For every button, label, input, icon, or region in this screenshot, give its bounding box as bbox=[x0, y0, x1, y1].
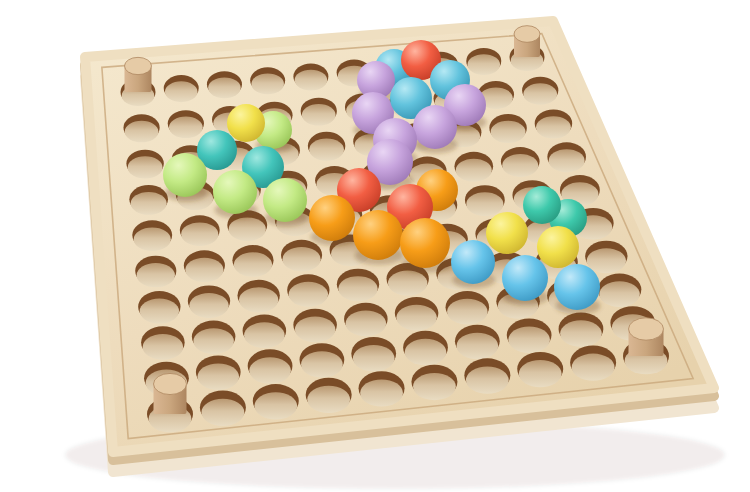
hole-r8c7[interactable] bbox=[507, 319, 552, 353]
hole-r1c4[interactable] bbox=[301, 98, 337, 126]
hole-floor bbox=[502, 154, 538, 177]
hole-floor bbox=[360, 379, 403, 406]
hole-floor bbox=[388, 271, 427, 296]
hole-r6c1[interactable] bbox=[188, 285, 230, 318]
hole-r7c3[interactable] bbox=[293, 309, 337, 343]
hole-r3c9[interactable] bbox=[547, 142, 586, 172]
hole-r9c8[interactable] bbox=[570, 345, 616, 380]
hole-floor bbox=[169, 117, 203, 139]
hole-r9c6[interactable] bbox=[464, 358, 510, 393]
hole-r7c9[interactable] bbox=[598, 273, 642, 307]
hole-r4c0[interactable] bbox=[132, 220, 172, 251]
bead-yellow[interactable] bbox=[227, 104, 265, 142]
hole-floor bbox=[197, 363, 239, 389]
hole-floor bbox=[599, 281, 640, 307]
hole-floor bbox=[457, 333, 499, 359]
hole-floor bbox=[468, 54, 501, 75]
hole-r9c1[interactable] bbox=[200, 391, 246, 426]
bead-mint[interactable] bbox=[523, 186, 561, 224]
hole-floor bbox=[137, 263, 175, 287]
hole-r8c4[interactable] bbox=[351, 337, 396, 371]
hole-floor bbox=[447, 299, 488, 325]
hole-r0c1[interactable] bbox=[164, 75, 199, 102]
corner-peg-top-right[interactable] bbox=[514, 26, 540, 57]
hole-r6c9[interactable] bbox=[585, 241, 627, 274]
hole-r7c4[interactable] bbox=[344, 303, 388, 337]
hole-floor bbox=[491, 121, 526, 143]
hole-floor bbox=[254, 392, 297, 419]
hole-r2c4[interactable] bbox=[308, 132, 345, 161]
hole-floor bbox=[244, 322, 285, 348]
hole-floor bbox=[466, 192, 503, 216]
hole-floor bbox=[396, 305, 437, 331]
hole-r3c0[interactable] bbox=[129, 185, 168, 215]
hole-floor bbox=[181, 222, 218, 246]
hole-r2c8[interactable] bbox=[489, 114, 526, 143]
hole-floor bbox=[549, 149, 585, 172]
hole-floor bbox=[338, 276, 377, 301]
bead-green[interactable] bbox=[263, 178, 307, 222]
hole-floor bbox=[251, 74, 284, 95]
hole-floor bbox=[508, 326, 550, 352]
hole-floor bbox=[234, 252, 272, 276]
scene bbox=[0, 0, 750, 492]
hole-r8c2[interactable] bbox=[248, 349, 293, 383]
hole-floor bbox=[134, 227, 171, 251]
bead-green[interactable] bbox=[163, 153, 207, 197]
hole-floor bbox=[143, 334, 184, 360]
bead-yellow[interactable] bbox=[537, 226, 579, 268]
hole-floor bbox=[128, 156, 163, 178]
hole-r7c6[interactable] bbox=[446, 291, 490, 325]
hole-floor bbox=[560, 320, 602, 346]
hole-r5c3[interactable] bbox=[281, 240, 322, 272]
hole-floor bbox=[239, 287, 278, 312]
hole-r6c3[interactable] bbox=[287, 274, 329, 307]
hole-r4c7[interactable] bbox=[465, 185, 505, 216]
hole-floor bbox=[413, 373, 456, 400]
hole-floor bbox=[282, 247, 320, 271]
peg-top bbox=[629, 318, 664, 340]
hole-floor bbox=[189, 293, 228, 318]
hole-floor bbox=[302, 104, 336, 126]
hole-r9c5[interactable] bbox=[411, 365, 457, 400]
hole-r2c9[interactable] bbox=[535, 110, 572, 139]
hole-floor bbox=[519, 360, 562, 387]
hole-r8c6[interactable] bbox=[455, 325, 500, 359]
hole-floor bbox=[309, 139, 344, 161]
hole-r7c2[interactable] bbox=[243, 315, 287, 349]
hole-r5c0[interactable] bbox=[135, 256, 176, 288]
corner-peg-top-left[interactable] bbox=[125, 57, 152, 92]
corner-peg-bottom-left[interactable] bbox=[154, 373, 187, 414]
hole-r6c4[interactable] bbox=[337, 269, 379, 302]
hole-floor bbox=[249, 357, 291, 383]
hole-floor bbox=[131, 192, 167, 215]
hole-floor bbox=[572, 354, 615, 381]
hole-r1c1[interactable] bbox=[168, 110, 204, 138]
hole-r0c3[interactable] bbox=[250, 67, 285, 94]
hole-floor bbox=[165, 81, 198, 102]
corner-peg-bottom-right[interactable] bbox=[629, 318, 664, 356]
hole-r6c0[interactable] bbox=[138, 291, 180, 324]
hole-r3c8[interactable] bbox=[501, 147, 540, 177]
hole-floor bbox=[587, 248, 626, 273]
hole-floor bbox=[295, 70, 328, 91]
hole-floor bbox=[353, 345, 395, 371]
hole-floor bbox=[289, 282, 328, 307]
hole-floor bbox=[456, 159, 492, 182]
hole-r7c1[interactable] bbox=[192, 320, 236, 354]
hole-floor bbox=[346, 311, 387, 337]
bead-orange[interactable] bbox=[400, 218, 450, 268]
hole-floor bbox=[140, 299, 179, 324]
hole-floor bbox=[125, 121, 159, 143]
hole-floor bbox=[185, 258, 223, 282]
hole-r7c0[interactable] bbox=[141, 326, 185, 360]
hole-r8c8[interactable] bbox=[559, 312, 604, 346]
hole-r3c7[interactable] bbox=[454, 152, 493, 182]
hole-floor bbox=[295, 316, 336, 342]
hole-r7c5[interactable] bbox=[395, 297, 439, 331]
hole-floor bbox=[201, 399, 244, 426]
hole-r5c1[interactable] bbox=[184, 250, 225, 282]
hole-r1c9[interactable] bbox=[522, 77, 558, 105]
peg-top bbox=[125, 57, 152, 74]
hole-r8c1[interactable] bbox=[196, 356, 241, 390]
bead-blue[interactable] bbox=[554, 264, 600, 310]
hole-floor bbox=[523, 83, 557, 105]
hole-r2c0[interactable] bbox=[126, 150, 163, 179]
bead-orange[interactable] bbox=[309, 195, 355, 241]
hole-r0c8[interactable] bbox=[466, 48, 501, 75]
bead-yellow[interactable] bbox=[486, 212, 528, 254]
hole-r6c2[interactable] bbox=[237, 280, 279, 313]
peg-board bbox=[0, 0, 750, 492]
hole-r8c5[interactable] bbox=[403, 331, 448, 365]
peg-top bbox=[154, 373, 187, 394]
hole-r9c2[interactable] bbox=[253, 384, 299, 419]
peg-top bbox=[514, 26, 540, 43]
hole-r8c3[interactable] bbox=[300, 343, 345, 377]
hole-floor bbox=[208, 77, 241, 98]
hole-r9c3[interactable] bbox=[306, 378, 352, 413]
hole-r4c1[interactable] bbox=[180, 215, 220, 246]
hole-r5c2[interactable] bbox=[232, 245, 273, 277]
hole-r9c4[interactable] bbox=[359, 371, 405, 406]
hole-floor bbox=[301, 351, 343, 377]
hole-floor bbox=[405, 339, 447, 365]
hole-floor bbox=[466, 366, 509, 393]
bead-orange[interactable] bbox=[353, 210, 403, 260]
hole-floor bbox=[193, 328, 234, 354]
bead-blue[interactable] bbox=[451, 240, 495, 284]
hole-floor bbox=[307, 386, 350, 413]
hole-r0c4[interactable] bbox=[293, 63, 328, 90]
hole-r1c0[interactable] bbox=[123, 114, 159, 142]
hole-r9c7[interactable] bbox=[517, 352, 563, 387]
hole-floor bbox=[536, 116, 571, 138]
bead-blue[interactable] bbox=[502, 255, 548, 301]
bead-green[interactable] bbox=[213, 170, 257, 214]
hole-floor bbox=[229, 217, 266, 241]
bead-purple[interactable] bbox=[413, 105, 457, 149]
hole-r0c2[interactable] bbox=[207, 71, 242, 98]
